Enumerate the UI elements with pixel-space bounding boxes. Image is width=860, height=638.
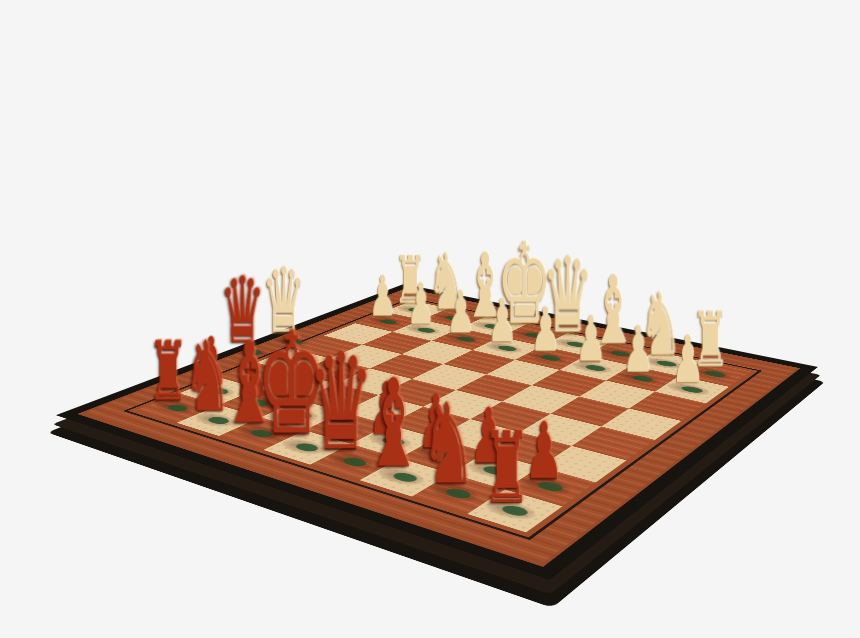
cream-pawn-icon: ♟ [637, 327, 738, 392]
photo-background: ♜♞♝♛♚♝♞♜♟♟♟♟♟♟♟♟♟♟♟♟♟♟♟♟♜♞♝♛♚♝♞♜♛♛ [0, 0, 860, 638]
chessboard: ♜♞♝♛♚♝♞♜♟♟♟♟♟♟♟♟♟♟♟♟♟♟♟♟♜♞♝♛♚♝♞♜♛♛ [56, 284, 818, 580]
red-rook-icon: ♜ [442, 418, 569, 517]
